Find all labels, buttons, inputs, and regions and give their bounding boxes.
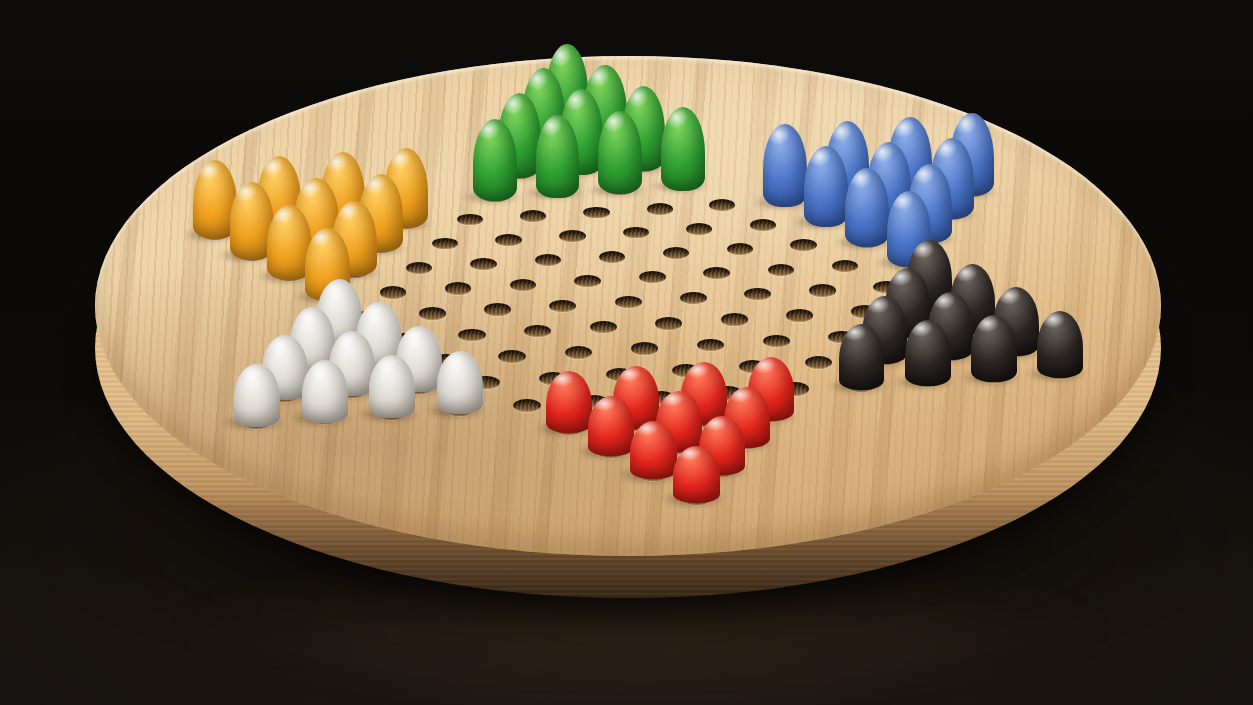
hole[interactable] bbox=[763, 335, 790, 348]
peg-red[interactable] bbox=[546, 371, 592, 433]
hole[interactable] bbox=[615, 296, 642, 309]
hole[interactable] bbox=[768, 264, 795, 276]
hole[interactable] bbox=[750, 219, 776, 231]
hole[interactable] bbox=[495, 234, 521, 246]
hole[interactable] bbox=[380, 286, 407, 298]
hole[interactable] bbox=[549, 300, 576, 313]
peg-white[interactable] bbox=[302, 360, 348, 423]
chinese-checkers-scene: Chinese Checkers bbox=[0, 0, 1253, 705]
hole[interactable] bbox=[721, 313, 748, 326]
hole[interactable] bbox=[832, 260, 859, 272]
hole[interactable] bbox=[513, 399, 541, 412]
peg-white[interactable] bbox=[234, 364, 280, 427]
peg-blue[interactable] bbox=[804, 146, 848, 226]
peg-blue[interactable] bbox=[763, 124, 807, 206]
hole[interactable] bbox=[583, 207, 609, 219]
peg-black[interactable] bbox=[971, 315, 1017, 382]
hole[interactable] bbox=[697, 339, 724, 352]
peg-green[interactable] bbox=[661, 107, 705, 191]
hole[interactable] bbox=[524, 325, 551, 338]
hole[interactable] bbox=[419, 307, 446, 320]
peg-layer bbox=[0, 0, 1253, 705]
hole[interactable] bbox=[709, 199, 735, 211]
peg-black[interactable] bbox=[839, 324, 885, 390]
hole[interactable] bbox=[647, 203, 673, 215]
hole[interactable] bbox=[655, 317, 682, 330]
hole[interactable] bbox=[445, 282, 472, 294]
peg-white[interactable] bbox=[437, 351, 483, 415]
hole[interactable] bbox=[805, 356, 833, 369]
hole[interactable] bbox=[631, 342, 658, 355]
hole[interactable] bbox=[559, 230, 585, 242]
peg-blue[interactable] bbox=[845, 168, 889, 247]
hole[interactable] bbox=[498, 350, 526, 363]
hole[interactable] bbox=[574, 275, 601, 287]
peg-red[interactable] bbox=[630, 421, 677, 479]
hole[interactable] bbox=[680, 292, 707, 305]
hole[interactable] bbox=[599, 251, 626, 263]
hole[interactable] bbox=[457, 214, 483, 226]
hole[interactable] bbox=[535, 254, 562, 266]
hole[interactable] bbox=[458, 329, 485, 342]
hole[interactable] bbox=[639, 271, 666, 283]
hole[interactable] bbox=[809, 284, 836, 296]
hole[interactable] bbox=[565, 346, 592, 359]
hole[interactable] bbox=[432, 238, 459, 250]
hole[interactable] bbox=[510, 279, 537, 291]
hole[interactable] bbox=[623, 227, 649, 239]
peg-red[interactable] bbox=[673, 446, 720, 503]
peg-green[interactable] bbox=[473, 119, 517, 202]
hole[interactable] bbox=[590, 321, 617, 334]
hole[interactable] bbox=[663, 247, 690, 259]
hole[interactable] bbox=[520, 210, 546, 222]
peg-white[interactable] bbox=[369, 355, 415, 418]
hole[interactable] bbox=[790, 239, 817, 251]
hole[interactable] bbox=[470, 258, 497, 270]
hole[interactable] bbox=[686, 223, 712, 235]
hole[interactable] bbox=[406, 262, 433, 274]
peg-red[interactable] bbox=[588, 396, 635, 456]
peg-black[interactable] bbox=[1037, 311, 1083, 378]
hole[interactable] bbox=[727, 243, 754, 255]
hole[interactable] bbox=[744, 288, 771, 300]
hole[interactable] bbox=[484, 303, 511, 316]
hole[interactable] bbox=[786, 309, 813, 322]
hole[interactable] bbox=[703, 267, 730, 279]
peg-black[interactable] bbox=[905, 320, 951, 386]
